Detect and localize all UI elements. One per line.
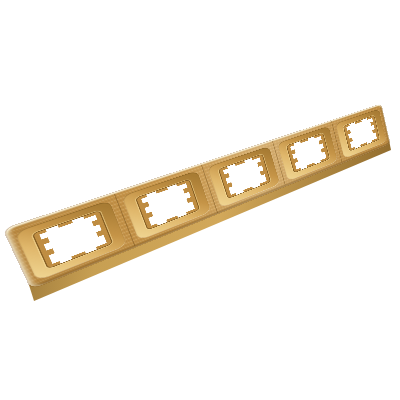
switch-frame — [4, 104, 390, 289]
gang-opening — [113, 164, 217, 248]
photo-background — [0, 0, 400, 400]
gang-opening — [272, 121, 342, 187]
gang-opening — [201, 140, 286, 214]
gang-opening — [331, 104, 390, 163]
